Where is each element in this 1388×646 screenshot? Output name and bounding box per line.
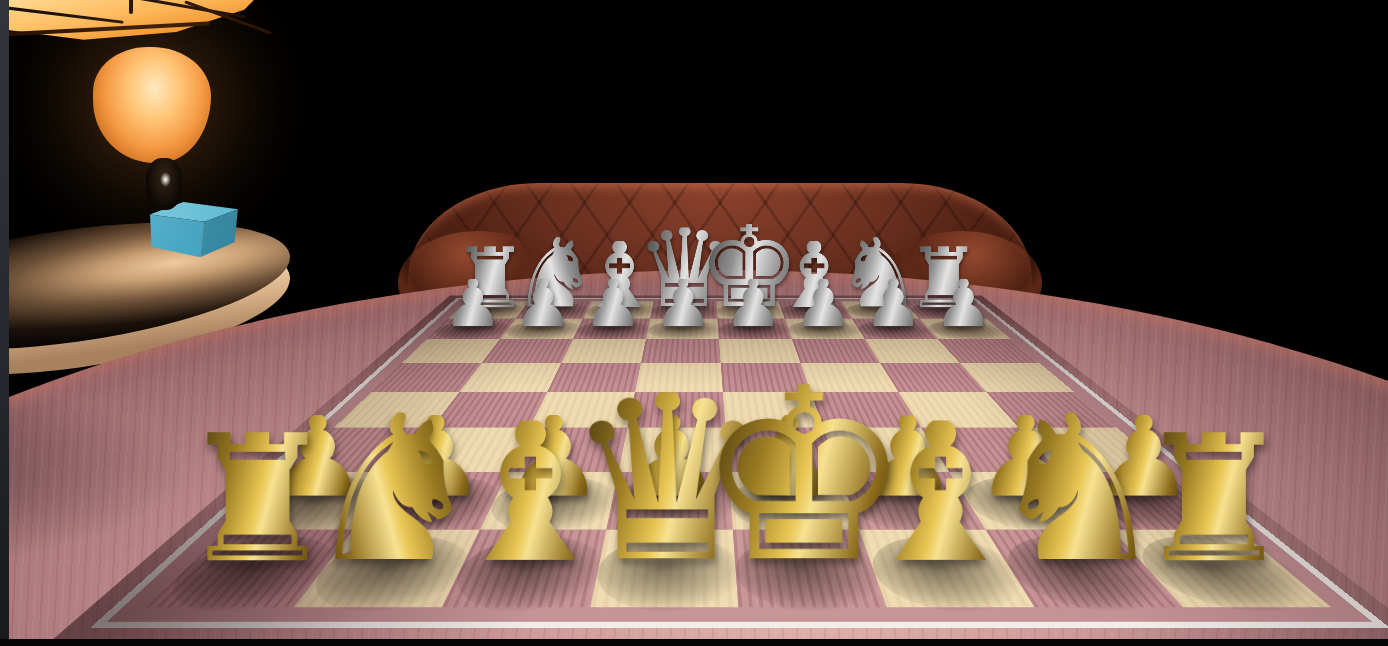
lamp-shade [0, 0, 266, 42]
left-frame-strip [0, 0, 9, 646]
lamp-stem-highlight [160, 172, 171, 187]
lamp-shade-rib [129, 0, 133, 14]
table-lamp [0, 0, 320, 260]
table-front-edge [0, 639, 1388, 646]
lamp-bulb-glow [93, 47, 211, 163]
